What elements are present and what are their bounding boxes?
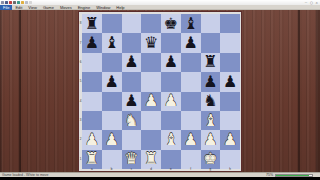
piece-black-pawn-f7[interactable]: ♟	[183, 35, 197, 51]
piece-black-queen-d7[interactable]: ♛	[144, 35, 158, 51]
chess-board-frame: 87654321 ♜♚♝♟♝♛♟♟♟♜♟♟♟♟♟♟♞♞♝♟♟♝♟♟♟♜♛♜♚ a…	[78, 11, 242, 172]
piece-white-rook-a1[interactable]: ♜	[85, 151, 99, 167]
chess-app-screen: – ▢ ✕ FileEditViewGameMovesEngineWindowH…	[0, 0, 320, 180]
square-h5[interactable]: ♟	[220, 72, 240, 91]
square-g7[interactable]	[201, 33, 221, 52]
square-e3[interactable]	[161, 111, 181, 130]
square-f4[interactable]	[181, 92, 201, 111]
square-e6[interactable]: ♟	[161, 53, 181, 72]
square-d3[interactable]	[141, 111, 161, 130]
piece-white-pawn-g2[interactable]: ♟	[203, 131, 217, 147]
menu-item-moves[interactable]: Moves	[57, 5, 75, 10]
square-b7[interactable]: ♝	[102, 33, 122, 52]
piece-white-pawn-b2[interactable]: ♟	[104, 131, 118, 147]
square-h8[interactable]	[220, 14, 240, 33]
square-c8[interactable]	[122, 14, 142, 33]
wood-plank-seam	[298, 10, 300, 172]
piece-white-knight-c3[interactable]: ♞	[124, 112, 138, 128]
square-a6[interactable]	[82, 53, 102, 72]
file-label-e: e	[161, 167, 181, 171]
square-f7[interactable]: ♟	[181, 33, 201, 52]
menu-item-help[interactable]: Help	[113, 5, 127, 10]
piece-black-rook-a8[interactable]: ♜	[85, 15, 99, 31]
menu-item-engine[interactable]: Engine	[75, 5, 93, 10]
square-d8[interactable]	[141, 14, 161, 33]
file-label-b: b	[102, 167, 122, 171]
square-e2[interactable]: ♝	[161, 130, 181, 149]
square-c6[interactable]: ♟	[122, 53, 142, 72]
piece-black-knight-g4[interactable]: ♞	[203, 93, 217, 109]
piece-white-rook-d1[interactable]: ♜	[144, 151, 158, 167]
square-a2[interactable]: ♟	[82, 130, 102, 149]
piece-white-pawn-a2[interactable]: ♟	[85, 131, 99, 147]
menu-item-view[interactable]: View	[25, 5, 40, 10]
square-b3[interactable]	[102, 111, 122, 130]
piece-white-bishop-e2[interactable]: ♝	[164, 131, 178, 147]
piece-white-bishop-g3[interactable]: ♝	[203, 112, 217, 128]
piece-black-pawn-c6[interactable]: ♟	[124, 54, 138, 70]
wood-plank-seam	[19, 10, 21, 172]
square-b2[interactable]: ♟	[102, 130, 122, 149]
square-b8[interactable]	[102, 14, 122, 33]
square-h3[interactable]	[220, 111, 240, 130]
square-f3[interactable]	[181, 111, 201, 130]
piece-white-pawn-h2[interactable]: ♟	[223, 131, 237, 147]
square-f8[interactable]: ♝	[181, 14, 201, 33]
square-f6[interactable]	[181, 53, 201, 72]
progress-fill	[276, 175, 309, 176]
piece-black-pawn-h5[interactable]: ♟	[223, 73, 237, 89]
square-b6[interactable]	[102, 53, 122, 72]
piece-white-pawn-f2[interactable]: ♟	[183, 131, 197, 147]
square-a7[interactable]: ♟	[82, 33, 102, 52]
square-c4[interactable]: ♟	[122, 92, 142, 111]
piece-black-king-e8[interactable]: ♚	[164, 15, 178, 31]
square-d2[interactable]	[141, 130, 161, 149]
square-c3[interactable]: ♞	[122, 111, 142, 130]
menu-item-game[interactable]: Game	[40, 5, 57, 10]
file-label-c: c	[122, 167, 142, 171]
piece-black-pawn-c4[interactable]: ♟	[124, 93, 138, 109]
square-d7[interactable]: ♛	[141, 33, 161, 52]
piece-black-rook-g6[interactable]: ♜	[203, 54, 217, 70]
square-e7[interactable]	[161, 33, 181, 52]
menu-item-window[interactable]: Window	[93, 5, 113, 10]
piece-black-pawn-e6[interactable]: ♟	[164, 54, 178, 70]
square-a4[interactable]	[82, 92, 102, 111]
chess-board: ♜♚♝♟♝♛♟♟♟♜♟♟♟♟♟♟♞♞♝♟♟♝♟♟♟♜♛♜♚	[82, 14, 240, 169]
piece-black-pawn-g5[interactable]: ♟	[203, 73, 217, 89]
menu-item-file[interactable]: File	[0, 5, 12, 10]
file-label-a: a	[82, 167, 102, 171]
square-d5[interactable]	[141, 72, 161, 91]
square-e5[interactable]	[161, 72, 181, 91]
piece-white-pawn-e4[interactable]: ♟	[164, 93, 178, 109]
square-h2[interactable]: ♟	[220, 130, 240, 149]
square-e8[interactable]: ♚	[161, 14, 181, 33]
square-b4[interactable]	[102, 92, 122, 111]
square-a5[interactable]	[82, 72, 102, 91]
piece-black-pawn-b5[interactable]: ♟	[104, 73, 118, 89]
piece-black-pawn-a7[interactable]: ♟	[85, 35, 99, 51]
letterbox-bar	[0, 177, 320, 180]
file-coordinates: abcdefgh	[82, 167, 240, 171]
square-a8[interactable]: ♜	[82, 14, 102, 33]
square-g6[interactable]: ♜	[201, 53, 221, 72]
square-b5[interactable]: ♟	[102, 72, 122, 91]
square-a3[interactable]	[82, 111, 102, 130]
piece-black-bishop-b7[interactable]: ♝	[104, 35, 118, 51]
square-h7[interactable]	[220, 33, 240, 52]
square-g8[interactable]	[201, 14, 221, 33]
square-d6[interactable]	[141, 53, 161, 72]
square-c5[interactable]	[122, 72, 142, 91]
square-e4[interactable]: ♟	[161, 92, 181, 111]
file-label-g: g	[201, 167, 221, 171]
square-g2[interactable]: ♟	[201, 130, 221, 149]
square-g5[interactable]: ♟	[201, 72, 221, 91]
file-label-f: f	[181, 167, 201, 171]
square-f5[interactable]	[181, 72, 201, 91]
square-c7[interactable]	[122, 33, 142, 52]
piece-white-king-g1[interactable]: ♚	[203, 151, 217, 167]
file-label-d: d	[141, 167, 161, 171]
file-label-h: h	[220, 167, 240, 171]
piece-white-pawn-d4[interactable]: ♟	[144, 93, 158, 109]
menu-item-edit[interactable]: Edit	[12, 5, 25, 10]
square-g4[interactable]: ♞	[201, 92, 221, 111]
square-g3[interactable]: ♝	[201, 111, 221, 130]
square-h6[interactable]	[220, 53, 240, 72]
square-d4[interactable]: ♟	[141, 92, 161, 111]
square-h4[interactable]	[220, 92, 240, 111]
piece-black-bishop-f8[interactable]: ♝	[183, 15, 197, 31]
square-f2[interactable]: ♟	[181, 130, 201, 149]
screen-edge-shade	[316, 10, 320, 172]
desktop-workspace: 87654321 ♜♚♝♟♝♛♟♟♟♜♟♟♟♟♟♟♞♞♝♟♟♝♟♟♟♜♛♜♚ a…	[0, 10, 320, 172]
piece-white-queen-c1[interactable]: ♛	[124, 151, 138, 167]
square-c2[interactable]	[122, 130, 142, 149]
